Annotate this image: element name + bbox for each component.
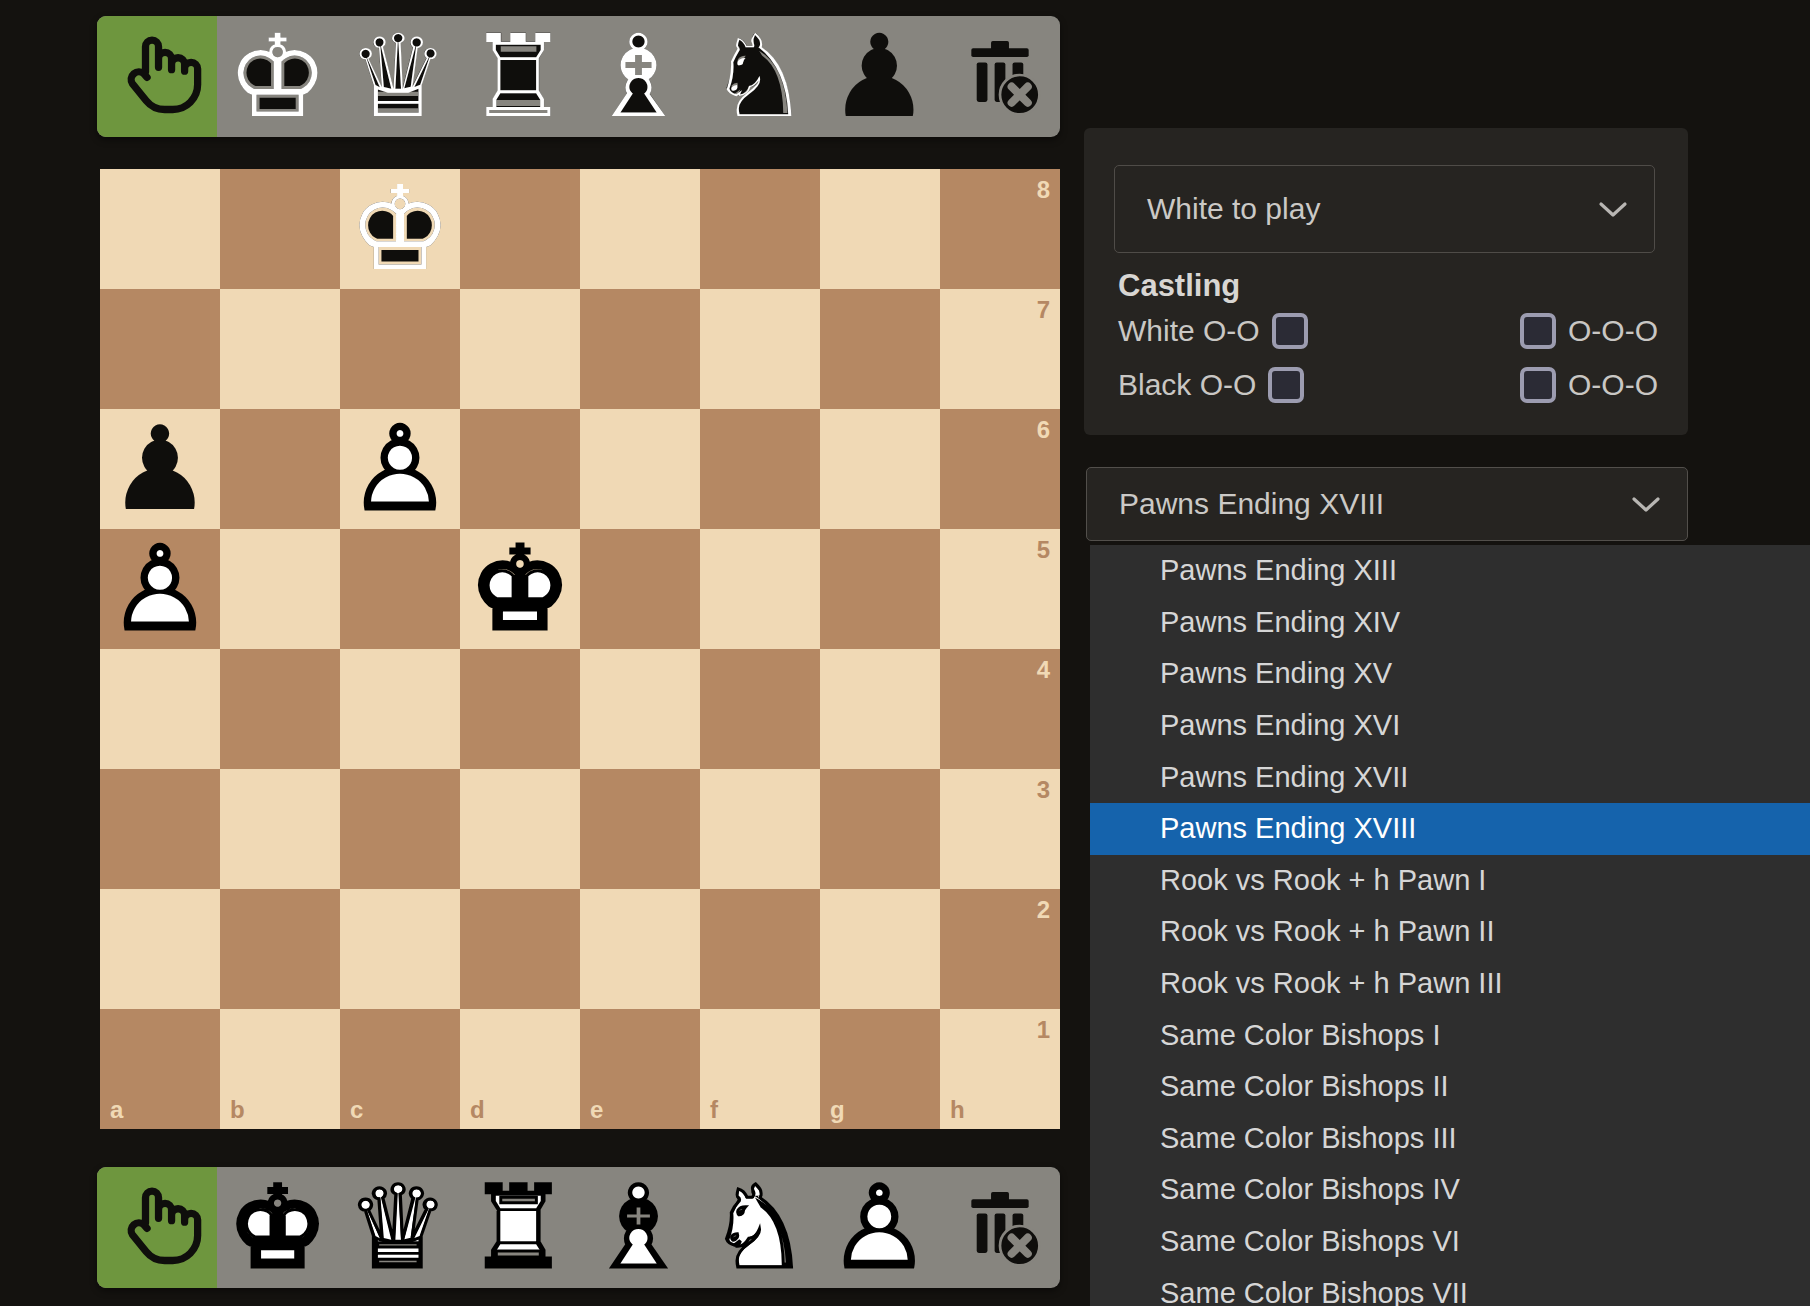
piece-tray-white: ♚♔♛♕♜♖♝♗♞♘♟♙ — [97, 1167, 1060, 1288]
position-select-value: Pawns Ending XVIII — [1119, 487, 1384, 521]
dropdown-option[interactable]: Same Color Bishops II — [1090, 1061, 1810, 1113]
square-d7[interactable] — [460, 289, 580, 409]
square-c6[interactable]: ♟♙ — [340, 409, 460, 529]
white-pawn[interactable]: ♟♙ — [819, 1167, 939, 1288]
file-label: g — [830, 1096, 845, 1124]
position-select[interactable]: Pawns Ending XVIII — [1086, 467, 1688, 541]
square-h7[interactable]: 7 — [940, 289, 1060, 409]
square-c3[interactable] — [340, 769, 460, 889]
square-c7[interactable] — [340, 289, 460, 409]
black-queen-tool[interactable]: ♛♕ — [338, 16, 458, 137]
dropdown-option[interactable]: Pawns Ending XVIII — [1090, 803, 1810, 855]
black-bishop[interactable]: ♝♗ — [579, 16, 699, 137]
file-label: d — [470, 1096, 485, 1124]
black-queen[interactable]: ♛♕ — [338, 16, 458, 137]
square-d4[interactable] — [460, 649, 580, 769]
square-d3[interactable] — [460, 769, 580, 889]
castling-label: O-O-O — [1568, 368, 1658, 402]
turn-select-value: White to play — [1147, 192, 1320, 226]
white-pawn[interactable]: ♟♙ — [100, 529, 220, 649]
square-e6[interactable] — [580, 409, 700, 529]
square-f7[interactable] — [700, 289, 820, 409]
square-a1[interactable]: a — [100, 1009, 220, 1129]
square-f5[interactable] — [700, 529, 820, 649]
dropdown-option[interactable]: Pawns Ending XV — [1090, 648, 1810, 700]
square-g8[interactable] — [820, 169, 940, 289]
black-kingside-group: Black O-O — [1118, 367, 1304, 403]
square-b8[interactable] — [220, 169, 340, 289]
piece-tray-black: ♚♔♛♕♜♖♝♗♞♘♟♙ — [97, 16, 1060, 137]
white-kingside-checkbox[interactable] — [1272, 313, 1308, 349]
square-h2[interactable]: 2 — [940, 889, 1060, 1009]
chess-board: ♚♔87♟♙♟♙6♟♙♚♔5432abcdefg1h — [100, 169, 1060, 1129]
square-g2[interactable] — [820, 889, 940, 1009]
square-d5[interactable]: ♚♔ — [460, 529, 580, 649]
dropdown-option[interactable]: Same Color Bishops III — [1090, 1113, 1810, 1165]
square-h1[interactable]: 1h — [940, 1009, 1060, 1129]
rank-label: 8 — [1037, 176, 1050, 204]
chevron-down-icon — [1598, 192, 1628, 226]
white-king[interactable]: ♚♔ — [218, 1167, 338, 1288]
square-b5[interactable] — [220, 529, 340, 649]
dropdown-option[interactable]: Same Color Bishops VII — [1090, 1267, 1810, 1306]
piece-glyph: ♕ — [338, 1167, 458, 1288]
black-pawn-tool[interactable]: ♟♙ — [819, 16, 939, 137]
square-a7[interactable] — [100, 289, 220, 409]
file-label: b — [230, 1096, 245, 1124]
square-d1[interactable]: d — [460, 1009, 580, 1129]
piece-glyph: ♕ — [338, 16, 458, 137]
square-c2[interactable] — [340, 889, 460, 1009]
file-label: c — [350, 1096, 363, 1124]
square-e8[interactable] — [580, 169, 700, 289]
square-b4[interactable] — [220, 649, 340, 769]
square-g4[interactable] — [820, 649, 940, 769]
rank-label: 3 — [1037, 776, 1050, 804]
white-king[interactable]: ♚♔ — [460, 529, 580, 649]
dropdown-option[interactable]: Pawns Ending XVI — [1090, 700, 1810, 752]
black-pawn[interactable]: ♟♙ — [100, 409, 220, 529]
square-f3[interactable] — [700, 769, 820, 889]
black-knight[interactable]: ♞♘ — [699, 16, 819, 137]
file-label: f — [710, 1096, 718, 1124]
white-king-tool[interactable]: ♚♔ — [217, 1167, 337, 1288]
black-rook-tool[interactable]: ♜♖ — [458, 16, 578, 137]
square-e5[interactable] — [580, 529, 700, 649]
square-a4[interactable] — [100, 649, 220, 769]
trash-tool[interactable] — [940, 16, 1060, 137]
square-g1[interactable]: g — [820, 1009, 940, 1129]
white-kingside-group: White O-O — [1118, 313, 1308, 349]
castling-label: Black O-O — [1118, 368, 1256, 402]
white-queenside-checkbox[interactable] — [1520, 313, 1556, 349]
square-f4[interactable] — [700, 649, 820, 769]
black-bishop-tool[interactable]: ♝♗ — [579, 16, 699, 137]
square-b7[interactable] — [220, 289, 340, 409]
black-queenside-checkbox[interactable] — [1520, 367, 1556, 403]
square-g7[interactable] — [820, 289, 940, 409]
piece-glyph: ♘ — [699, 1167, 819, 1288]
white-queenside-group: O-O-O — [1520, 313, 1658, 349]
square-d2[interactable] — [460, 889, 580, 1009]
square-g3[interactable] — [820, 769, 940, 889]
dropdown-option[interactable]: Same Color Bishops VI — [1090, 1216, 1810, 1268]
file-label: h — [950, 1096, 965, 1124]
trash-delete-icon — [957, 1183, 1043, 1273]
square-e1[interactable]: e — [580, 1009, 700, 1129]
square-h5[interactable]: 5 — [940, 529, 1060, 649]
dropdown-option[interactable]: Rook vs Rook + h Pawn II — [1090, 906, 1810, 958]
piece-glyph: ♔ — [460, 529, 580, 649]
file-label: e — [590, 1096, 603, 1124]
dropdown-option[interactable]: Rook vs Rook + h Pawn I — [1090, 855, 1810, 907]
dropdown-option[interactable]: Same Color Bishops I — [1090, 1009, 1810, 1061]
white-queen-tool[interactable]: ♛♕ — [338, 1167, 458, 1288]
piece-glyph: ♔ — [218, 16, 338, 137]
chevron-down-icon — [1631, 487, 1661, 521]
black-pawn[interactable]: ♟♙ — [819, 16, 939, 137]
rank-label: 4 — [1037, 656, 1050, 684]
black-rook[interactable]: ♜♖ — [458, 16, 578, 137]
piece-glyph: ♔ — [340, 169, 460, 289]
square-b6[interactable] — [220, 409, 340, 529]
dropdown-option[interactable]: Pawns Ending XIII — [1090, 545, 1810, 597]
square-a3[interactable] — [100, 769, 220, 889]
piece-glyph: ♙ — [340, 409, 460, 529]
square-f1[interactable]: f — [700, 1009, 820, 1129]
trash-delete-icon — [957, 32, 1043, 122]
white-bishop[interactable]: ♝♗ — [579, 1167, 699, 1288]
rank-label: 6 — [1037, 416, 1050, 444]
white-pawn-tool[interactable]: ♟♙ — [819, 1167, 939, 1288]
pointer-tool[interactable] — [97, 16, 217, 137]
white-bishop-tool[interactable]: ♝♗ — [579, 1167, 699, 1288]
square-d8[interactable] — [460, 169, 580, 289]
rank-label: 7 — [1037, 296, 1050, 324]
piece-glyph: ♙ — [819, 1167, 939, 1288]
white-queen[interactable]: ♛♕ — [338, 1167, 458, 1288]
black-kingside-checkbox[interactable] — [1268, 367, 1304, 403]
square-f8[interactable] — [700, 169, 820, 289]
piece-glyph: ♟ — [100, 409, 220, 529]
square-g6[interactable] — [820, 409, 940, 529]
piece-glyph: ♖ — [458, 16, 578, 137]
white-rook-tool[interactable]: ♜♖ — [458, 1167, 578, 1288]
turn-select[interactable]: White to play — [1114, 165, 1655, 253]
file-label: a — [110, 1096, 123, 1124]
castling-title: Castling — [1118, 268, 1240, 304]
piece-glyph: ♗ — [579, 1167, 699, 1288]
square-e3[interactable] — [580, 769, 700, 889]
piece-glyph: ♗ — [579, 16, 699, 137]
castling-label: O-O-O — [1568, 314, 1658, 348]
pointer-tool[interactable] — [97, 1167, 217, 1288]
black-knight-tool[interactable]: ♞♘ — [699, 16, 819, 137]
piece-glyph: ♘ — [699, 16, 819, 137]
rank-label: 5 — [1037, 536, 1050, 564]
square-c4[interactable] — [340, 649, 460, 769]
square-e4[interactable] — [580, 649, 700, 769]
position-dropdown-list: Pawns Ending XIIIPawns Ending XIVPawns E… — [1090, 545, 1810, 1306]
dropdown-option[interactable]: Pawns Ending XVII — [1090, 751, 1810, 803]
square-b1[interactable]: b — [220, 1009, 340, 1129]
square-h6[interactable]: 6 — [940, 409, 1060, 529]
trash-tool[interactable] — [940, 1167, 1060, 1288]
piece-glyph: ♟ — [819, 16, 939, 137]
white-rook[interactable]: ♜♖ — [458, 1167, 578, 1288]
castling-label: White O-O — [1118, 314, 1260, 348]
square-e7[interactable] — [580, 289, 700, 409]
square-e2[interactable] — [580, 889, 700, 1009]
square-f2[interactable] — [700, 889, 820, 1009]
white-castling-row: White O-OO-O-O — [1118, 310, 1658, 352]
hand-pointer-icon — [111, 1178, 203, 1278]
square-b3[interactable] — [220, 769, 340, 889]
dropdown-option[interactable]: Pawns Ending XIV — [1090, 597, 1810, 649]
square-c5[interactable] — [340, 529, 460, 649]
square-d6[interactable] — [460, 409, 580, 529]
dropdown-option[interactable]: Same Color Bishops IV — [1090, 1164, 1810, 1216]
white-pawn[interactable]: ♟♙ — [340, 409, 460, 529]
black-castling-row: Black O-OO-O-O — [1118, 364, 1658, 406]
hand-pointer-icon — [111, 27, 203, 127]
square-a8[interactable] — [100, 169, 220, 289]
piece-glyph: ♙ — [100, 529, 220, 649]
black-queenside-group: O-O-O — [1520, 367, 1658, 403]
square-c1[interactable]: c — [340, 1009, 460, 1129]
black-king-tool[interactable]: ♚♔ — [217, 16, 337, 137]
square-a2[interactable] — [100, 889, 220, 1009]
square-h4[interactable]: 4 — [940, 649, 1060, 769]
square-f6[interactable] — [700, 409, 820, 529]
piece-glyph: ♖ — [458, 1167, 578, 1288]
rank-label: 1 — [1037, 1016, 1050, 1044]
black-king[interactable]: ♚♔ — [218, 16, 338, 137]
square-b2[interactable] — [220, 889, 340, 1009]
black-king[interactable]: ♚♔ — [340, 169, 460, 289]
dropdown-option[interactable]: Rook vs Rook + h Pawn III — [1090, 958, 1810, 1010]
square-a6[interactable]: ♟♙ — [100, 409, 220, 529]
square-h3[interactable]: 3 — [940, 769, 1060, 889]
piece-glyph: ♔ — [218, 1167, 338, 1288]
square-c8[interactable]: ♚♔ — [340, 169, 460, 289]
rank-label: 2 — [1037, 896, 1050, 924]
white-knight[interactable]: ♞♘ — [699, 1167, 819, 1288]
square-a5[interactable]: ♟♙ — [100, 529, 220, 649]
square-h8[interactable]: 8 — [940, 169, 1060, 289]
square-g5[interactable] — [820, 529, 940, 649]
white-knight-tool[interactable]: ♞♘ — [699, 1167, 819, 1288]
